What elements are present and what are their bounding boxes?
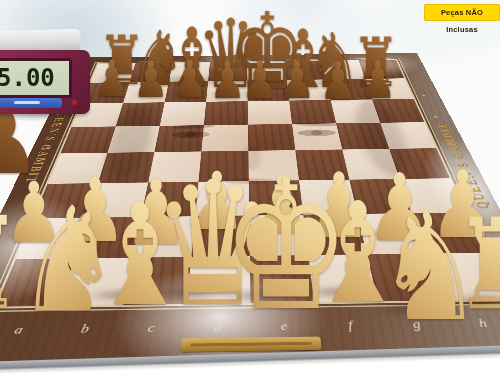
brand-plaque — [180, 337, 322, 352]
square-e5 — [248, 124, 295, 151]
square-e6 — [248, 101, 292, 125]
square-b7 — [123, 82, 169, 103]
square-d8 — [208, 62, 247, 81]
square-d5 — [201, 124, 248, 151]
square-d2 — [191, 215, 249, 256]
square-b4 — [98, 152, 154, 183]
square-d6 — [204, 101, 248, 125]
square-f1 — [308, 254, 378, 302]
file-label-h: h — [446, 313, 500, 335]
pieces-not-included-badge: Peças NÃO Inclusas — [424, 4, 500, 21]
square-d3 — [195, 181, 249, 216]
square-f3 — [299, 179, 357, 214]
square-b6 — [116, 102, 165, 126]
file-label-d: d — [184, 316, 251, 338]
square-e4 — [248, 150, 299, 181]
square-c3 — [141, 182, 198, 217]
square-c6 — [160, 102, 206, 126]
clock-strip-label — [14, 101, 40, 104]
square-b8 — [130, 63, 173, 82]
square-c4 — [148, 151, 201, 182]
file-label-f: f — [316, 315, 386, 337]
square-c5 — [154, 125, 203, 152]
square-h2 — [411, 212, 483, 253]
product-photo: QUEEN'S GAMBIT QUEEN'S GAMBIT QUEEN'S GA… — [0, 0, 500, 375]
border-inlay-dot — [422, 95, 425, 96]
square-a8 — [90, 63, 135, 82]
square-f8 — [284, 61, 326, 80]
clock-display: 5.00 — [0, 58, 72, 98]
square-f4 — [295, 149, 349, 180]
file-label-e: e — [251, 315, 319, 337]
square-d4 — [199, 151, 249, 182]
square-e8 — [247, 61, 286, 80]
chess-clock: 5.00 — [0, 28, 92, 120]
clock-body: 5.00 — [0, 50, 90, 114]
clock-time: 5.00 — [0, 64, 55, 92]
square-f5 — [292, 123, 342, 150]
square-g8 — [322, 60, 366, 79]
brand-plaque-text-line — [190, 342, 312, 347]
square-f7 — [287, 79, 331, 100]
square-b3 — [87, 182, 148, 217]
square-h8 — [359, 60, 405, 79]
file-label-g: g — [381, 314, 453, 336]
square-h7 — [365, 78, 414, 99]
square-c2 — [133, 216, 195, 257]
square-h6 — [372, 99, 424, 123]
square-f6 — [289, 100, 336, 124]
square-b2 — [74, 217, 141, 258]
square-d1 — [187, 256, 251, 304]
square-d7 — [206, 80, 248, 101]
square-e2 — [249, 215, 308, 256]
file-label-a: a — [0, 319, 55, 341]
square-h5 — [380, 122, 436, 149]
square-c1 — [123, 257, 191, 305]
file-label-b: b — [49, 318, 121, 340]
square-e7 — [247, 80, 289, 101]
square-b5 — [107, 126, 159, 153]
square-f2 — [303, 214, 366, 255]
square-h4 — [389, 148, 450, 179]
file-label-c: c — [116, 317, 185, 339]
square-c7 — [165, 81, 208, 102]
square-h3 — [400, 178, 466, 213]
square-e1 — [250, 255, 314, 303]
border-inlay-dot — [434, 116, 438, 118]
square-e3 — [249, 180, 304, 215]
square-c8 — [169, 62, 210, 81]
clock-model-strip — [0, 98, 62, 108]
clock-led — [72, 100, 77, 105]
